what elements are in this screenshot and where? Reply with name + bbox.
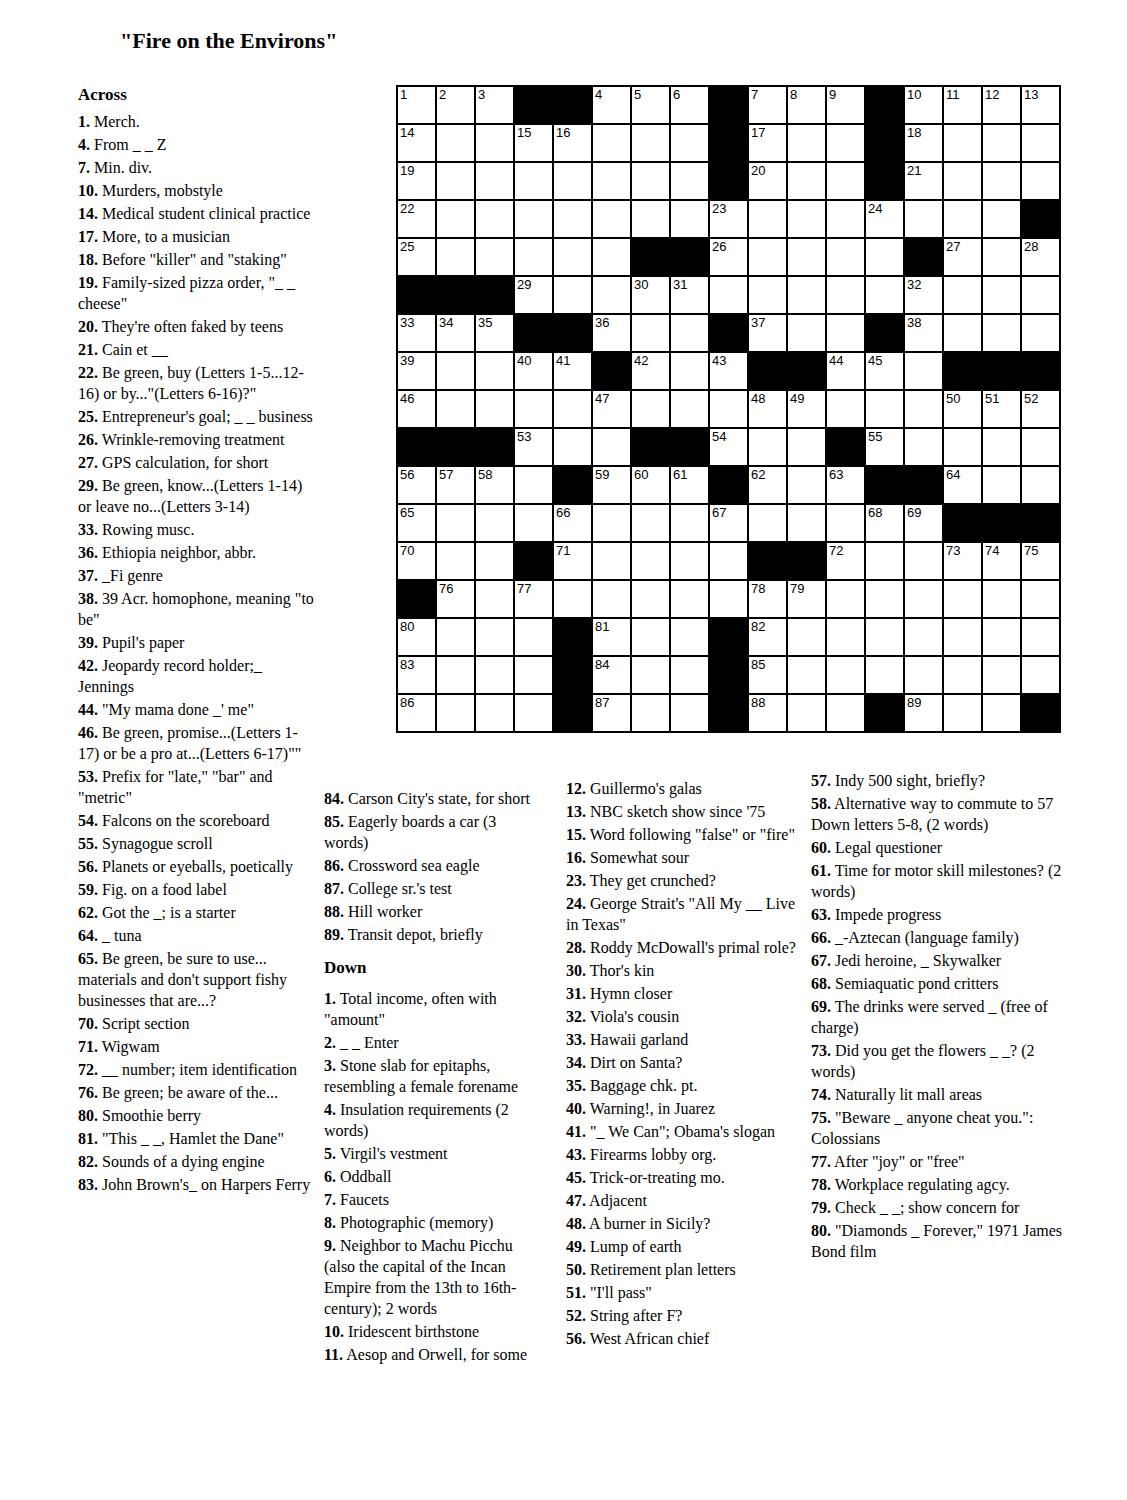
- clue-number: 23.: [566, 872, 586, 889]
- grid-cell-r2c12[interactable]: [827, 125, 864, 161]
- grid-cell-r15c15[interactable]: [944, 619, 981, 655]
- grid-cell-r7c14[interactable]: 38: [905, 315, 942, 351]
- grid-cell-r5c13[interactable]: [866, 239, 903, 275]
- grid-cell-r16c16[interactable]: [983, 657, 1020, 693]
- grid-cell-r3c16[interactable]: [983, 163, 1020, 199]
- clue-number: 18.: [78, 251, 98, 268]
- grid-cell-r15c1[interactable]: 80: [398, 619, 435, 655]
- crossword-grid: 1234567891011121314151617181920212223242…: [396, 85, 1061, 733]
- cell-number: 30: [634, 277, 648, 292]
- grid-cell-r12c8[interactable]: [671, 505, 708, 541]
- cell-number: 49: [790, 391, 804, 406]
- grid-cell-r16c8[interactable]: [671, 657, 708, 693]
- grid-cell-r17c6[interactable]: 87: [593, 695, 630, 731]
- grid-cell-r9c14[interactable]: [905, 391, 942, 427]
- grid-cell-r4c4[interactable]: [515, 201, 552, 237]
- grid-cell-r11c4[interactable]: [515, 467, 552, 503]
- grid-cell-r4c12[interactable]: [827, 201, 864, 237]
- grid-cell-r15c11[interactable]: [788, 619, 825, 655]
- grid-cell-r16c2[interactable]: [437, 657, 474, 693]
- black-cell: [944, 353, 981, 389]
- grid-cell-r1c16[interactable]: 12: [983, 87, 1020, 123]
- grid-cell-r5c12[interactable]: [827, 239, 864, 275]
- grid-cell-r16c12[interactable]: [827, 657, 864, 693]
- grid-cell-r3c5[interactable]: [554, 163, 591, 199]
- grid-cell-r9c6[interactable]: 47: [593, 391, 630, 427]
- grid-cell-r3c3[interactable]: [476, 163, 513, 199]
- grid-cell-r8c13[interactable]: 45: [866, 353, 903, 389]
- grid-cell-r3c1[interactable]: 19: [398, 163, 435, 199]
- grid-cell-r11c7[interactable]: 60: [632, 467, 669, 503]
- grid-cell-r12c13[interactable]: 68: [866, 505, 903, 541]
- cell-number: 64: [946, 467, 960, 482]
- grid-cell-r7c8[interactable]: [671, 315, 708, 351]
- black-cell: [866, 315, 903, 351]
- grid-cell-r9c5[interactable]: [554, 391, 591, 427]
- grid-cell-r13c17[interactable]: 75: [1022, 543, 1059, 579]
- grid-cell-r14c10[interactable]: 78: [749, 581, 786, 617]
- grid-cell-r13c1[interactable]: 70: [398, 543, 435, 579]
- grid-cell-r15c17[interactable]: [1022, 619, 1059, 655]
- grid-cell-r14c8[interactable]: [671, 581, 708, 617]
- grid-cell-r11c6[interactable]: 59: [593, 467, 630, 503]
- grid-cell-r7c17[interactable]: [1022, 315, 1059, 351]
- grid-cell-r6c15[interactable]: [944, 277, 981, 313]
- grid-cell-r12c4[interactable]: [515, 505, 552, 541]
- grid-cell-r17c8[interactable]: [671, 695, 708, 731]
- grid-cell-r3c2[interactable]: [437, 163, 474, 199]
- grid-cell-r5c1[interactable]: 25: [398, 239, 435, 275]
- clue-number: 35.: [566, 1077, 586, 1094]
- grid-cell-r7c15[interactable]: [944, 315, 981, 351]
- grid-cell-r1c7[interactable]: 5: [632, 87, 669, 123]
- grid-cell-r7c3[interactable]: 35: [476, 315, 513, 351]
- grid-cell-r12c7[interactable]: [632, 505, 669, 541]
- grid-cell-r6c13[interactable]: [866, 277, 903, 313]
- grid-cell-r17c4[interactable]: [515, 695, 552, 731]
- grid-cell-r16c15[interactable]: [944, 657, 981, 693]
- grid-cell-r15c3[interactable]: [476, 619, 513, 655]
- grid-cell-r9c17[interactable]: 52: [1022, 391, 1059, 427]
- grid-cell-r3c7[interactable]: [632, 163, 669, 199]
- cell-number: 53: [517, 429, 531, 444]
- grid-cell-r12c3[interactable]: [476, 505, 513, 541]
- grid-cell-r2c1[interactable]: 14: [398, 125, 435, 161]
- grid-cell-r5c6[interactable]: [593, 239, 630, 275]
- grid-cell-r14c15[interactable]: [944, 581, 981, 617]
- grid-cell-r8c8[interactable]: [671, 353, 708, 389]
- grid-cell-r1c10[interactable]: 7: [749, 87, 786, 123]
- grid-cell-r14c4[interactable]: 77: [515, 581, 552, 617]
- down-clue-16: 16. Somewhat sour: [566, 847, 800, 868]
- clue-number: 32.: [566, 1008, 586, 1025]
- grid-cell-r4c9[interactable]: 23: [710, 201, 747, 237]
- grid-cell-r8c7[interactable]: 42: [632, 353, 669, 389]
- grid-cell-r17c1[interactable]: 86: [398, 695, 435, 731]
- cell-number: 60: [634, 467, 648, 482]
- clue-number: 55.: [78, 835, 98, 852]
- grid-cell-r16c7[interactable]: [632, 657, 669, 693]
- grid-cell-r7c2[interactable]: 34: [437, 315, 474, 351]
- grid-cell-r11c15[interactable]: 64: [944, 467, 981, 503]
- grid-cell-r5c11[interactable]: [788, 239, 825, 275]
- grid-cell-r14c7[interactable]: [632, 581, 669, 617]
- grid-cell-r4c10[interactable]: [749, 201, 786, 237]
- grid-cell-r17c3[interactable]: [476, 695, 513, 731]
- grid-cell-r2c11[interactable]: [788, 125, 825, 161]
- grid-cell-r4c15[interactable]: [944, 201, 981, 237]
- black-cell: [515, 315, 552, 351]
- grid-cell-r10c16[interactable]: [983, 429, 1020, 465]
- cell-number: 87: [595, 695, 609, 710]
- down-clue-35: 35. Baggage chk. pt.: [566, 1075, 800, 1096]
- cell-number: 79: [790, 581, 804, 596]
- grid-cell-r10c11[interactable]: [788, 429, 825, 465]
- grid-cell-r14c2[interactable]: 76: [437, 581, 474, 617]
- cell-number: 36: [595, 315, 609, 330]
- grid-cell-r6c9[interactable]: [710, 277, 747, 313]
- across-clue-65: 65. Be green, be sure to use... material…: [78, 948, 315, 1011]
- grid-cell-r13c8[interactable]: [671, 543, 708, 579]
- across-clue-64: 64. _ tuna: [78, 925, 315, 946]
- grid-cell-r12c6[interactable]: [593, 505, 630, 541]
- grid-cell-r6c12[interactable]: [827, 277, 864, 313]
- clue-number: 69.: [811, 998, 831, 1015]
- grid-cell-r9c3[interactable]: [476, 391, 513, 427]
- grid-cell-r13c3[interactable]: [476, 543, 513, 579]
- clue-number: 68.: [811, 975, 831, 992]
- grid-cell-r9c10[interactable]: 48: [749, 391, 786, 427]
- grid-cell-r6c6[interactable]: [593, 277, 630, 313]
- grid-cell-r10c17[interactable]: [1022, 429, 1059, 465]
- grid-cell-r12c1[interactable]: 65: [398, 505, 435, 541]
- grid-cell-r9c9[interactable]: [710, 391, 747, 427]
- grid-cell-r15c13[interactable]: [866, 619, 903, 655]
- grid-cell-r3c15[interactable]: [944, 163, 981, 199]
- down-clue-3: 3. Stone slab for epitaphs, resembling a…: [324, 1055, 542, 1097]
- clue-number: 77.: [811, 1153, 831, 1170]
- across-clue-76: 76. Be green; be aware of the...: [78, 1082, 315, 1103]
- grid-cell-r4c1[interactable]: 22: [398, 201, 435, 237]
- grid-cell-r17c2[interactable]: [437, 695, 474, 731]
- grid-cell-r2c3[interactable]: [476, 125, 513, 161]
- grid-cell-r17c12[interactable]: [827, 695, 864, 731]
- grid-cell-r15c14[interactable]: [905, 619, 942, 655]
- clue-number: 53.: [78, 768, 98, 785]
- grid-cell-r3c4[interactable]: [515, 163, 552, 199]
- grid-cell-r8c14[interactable]: [905, 353, 942, 389]
- grid-cell-r5c3[interactable]: [476, 239, 513, 275]
- grid-cell-r14c14[interactable]: [905, 581, 942, 617]
- grid-cell-r7c6[interactable]: 36: [593, 315, 630, 351]
- grid-cell-r8c4[interactable]: 40: [515, 353, 552, 389]
- down-clue-34: 34. Dirt on Santa?: [566, 1052, 800, 1073]
- grid-cell-r7c11[interactable]: [788, 315, 825, 351]
- grid-cell-r4c6[interactable]: [593, 201, 630, 237]
- grid-cell-r14c3[interactable]: [476, 581, 513, 617]
- grid-cell-r3c17[interactable]: [1022, 163, 1059, 199]
- grid-cell-r11c8[interactable]: 61: [671, 467, 708, 503]
- grid-cell-r15c12[interactable]: [827, 619, 864, 655]
- grid-cell-r9c7[interactable]: [632, 391, 669, 427]
- down-clue-67: 67. Jedi heroine, _ Skywalker: [811, 950, 1065, 971]
- grid-cell-r7c16[interactable]: [983, 315, 1020, 351]
- grid-cell-r9c16[interactable]: 51: [983, 391, 1020, 427]
- grid-cell-r5c10[interactable]: [749, 239, 786, 275]
- grid-cell-r9c13[interactable]: [866, 391, 903, 427]
- down-clue-31: 31. Hymn closer: [566, 983, 800, 1004]
- grid-cell-r13c16[interactable]: 74: [983, 543, 1020, 579]
- grid-cell-r16c10[interactable]: 85: [749, 657, 786, 693]
- grid-cell-r6c4[interactable]: 29: [515, 277, 552, 313]
- cell-number: 18: [907, 125, 921, 140]
- grid-cell-r2c15[interactable]: [944, 125, 981, 161]
- grid-cell-r13c7[interactable]: [632, 543, 669, 579]
- grid-cell-r4c3[interactable]: [476, 201, 513, 237]
- clue-number: 4.: [78, 136, 90, 153]
- grid-cell-r13c5[interactable]: 71: [554, 543, 591, 579]
- grid-cell-r11c3[interactable]: 58: [476, 467, 513, 503]
- grid-cell-r15c6[interactable]: 81: [593, 619, 630, 655]
- grid-cell-r6c7[interactable]: 30: [632, 277, 669, 313]
- grid-cell-r1c12[interactable]: 9: [827, 87, 864, 123]
- grid-cell-r8c2[interactable]: [437, 353, 474, 389]
- grid-cell-r4c8[interactable]: [671, 201, 708, 237]
- grid-cell-r14c6[interactable]: [593, 581, 630, 617]
- grid-cell-r3c14[interactable]: 21: [905, 163, 942, 199]
- cell-number: 37: [751, 315, 765, 330]
- grid-cell-r6c8[interactable]: 31: [671, 277, 708, 313]
- grid-cell-r15c8[interactable]: [671, 619, 708, 655]
- down-clue-66: 66. _-Aztecan (language family): [811, 927, 1065, 948]
- grid-cell-r7c12[interactable]: [827, 315, 864, 351]
- grid-cell-r9c8[interactable]: [671, 391, 708, 427]
- clue-number: 19.: [78, 274, 98, 291]
- grid-cell-r16c1[interactable]: 83: [398, 657, 435, 693]
- grid-cell-r1c11[interactable]: 8: [788, 87, 825, 123]
- grid-cell-r13c12[interactable]: 72: [827, 543, 864, 579]
- grid-cell-r12c2[interactable]: [437, 505, 474, 541]
- grid-cell-r8c5[interactable]: 41: [554, 353, 591, 389]
- grid-cell-r14c13[interactable]: [866, 581, 903, 617]
- grid-cell-r16c17[interactable]: [1022, 657, 1059, 693]
- grid-cell-r2c5[interactable]: 16: [554, 125, 591, 161]
- grid-cell-r10c10[interactable]: [749, 429, 786, 465]
- grid-cell-r16c14[interactable]: [905, 657, 942, 693]
- across-clue-72: 72. __ number; item identification: [78, 1059, 315, 1080]
- grid-cell-r3c6[interactable]: [593, 163, 630, 199]
- grid-cell-r12c5[interactable]: 66: [554, 505, 591, 541]
- grid-cell-r10c9[interactable]: 54: [710, 429, 747, 465]
- grid-cell-r4c11[interactable]: [788, 201, 825, 237]
- grid-cell-r12c12[interactable]: [827, 505, 864, 541]
- grid-cell-r15c4[interactable]: [515, 619, 552, 655]
- grid-cell-r8c1[interactable]: 39: [398, 353, 435, 389]
- grid-cell-r14c16[interactable]: [983, 581, 1020, 617]
- grid-cell-r2c2[interactable]: [437, 125, 474, 161]
- grid-cell-r7c1[interactable]: 33: [398, 315, 435, 351]
- grid-cell-r1c1[interactable]: 1: [398, 87, 435, 123]
- clue-number: 12.: [566, 780, 586, 797]
- grid-cell-r6c17[interactable]: [1022, 277, 1059, 313]
- grid-cell-r6c11[interactable]: [788, 277, 825, 313]
- clue-number: 64.: [78, 927, 98, 944]
- grid-cell-r5c4[interactable]: [515, 239, 552, 275]
- across-clue-33: 33. Rowing musc.: [78, 519, 315, 540]
- grid-cell-r4c5[interactable]: [554, 201, 591, 237]
- grid-cell-r2c8[interactable]: [671, 125, 708, 161]
- grid-cell-r13c13[interactable]: [866, 543, 903, 579]
- grid-cell-r4c13[interactable]: 24: [866, 201, 903, 237]
- grid-cell-r2c7[interactable]: [632, 125, 669, 161]
- grid-cell-r15c2[interactable]: [437, 619, 474, 655]
- grid-cell-r8c12[interactable]: 44: [827, 353, 864, 389]
- grid-cell-r11c1[interactable]: 56: [398, 467, 435, 503]
- grid-cell-r13c9[interactable]: [710, 543, 747, 579]
- grid-cell-r15c10[interactable]: 82: [749, 619, 786, 655]
- grid-cell-r11c12[interactable]: 63: [827, 467, 864, 503]
- grid-cell-r4c14[interactable]: [905, 201, 942, 237]
- grid-cell-r3c11[interactable]: [788, 163, 825, 199]
- grid-cell-r13c14[interactable]: [905, 543, 942, 579]
- down-clue-1: 1. Total income, often with "amount": [324, 988, 542, 1030]
- across-clue-56: 56. Planets or eyeballs, poetically: [78, 856, 315, 877]
- clue-number: 21.: [78, 341, 98, 358]
- grid-cell-r17c7[interactable]: [632, 695, 669, 731]
- grid-cell-r1c6[interactable]: 4: [593, 87, 630, 123]
- grid-cell-r4c7[interactable]: [632, 201, 669, 237]
- clue-number: 78.: [811, 1176, 831, 1193]
- grid-cell-r6c14[interactable]: 32: [905, 277, 942, 313]
- grid-cell-r16c11[interactable]: [788, 657, 825, 693]
- grid-cell-r9c12[interactable]: [827, 391, 864, 427]
- grid-cell-r9c15[interactable]: 50: [944, 391, 981, 427]
- grid-cell-r5c9[interactable]: 26: [710, 239, 747, 275]
- grid-cell-r4c2[interactable]: [437, 201, 474, 237]
- down-clue-10: 10. Iridescent birthstone: [324, 1321, 542, 1342]
- grid-cell-r8c3[interactable]: [476, 353, 513, 389]
- black-cell: [710, 695, 747, 731]
- black-cell: [710, 125, 747, 161]
- grid-cell-r17c10[interactable]: 88: [749, 695, 786, 731]
- across-clue-55: 55. Synagogue scroll: [78, 833, 315, 854]
- grid-cell-r7c7[interactable]: [632, 315, 669, 351]
- grid-cell-r10c4[interactable]: 53: [515, 429, 552, 465]
- cell-number: 52: [1024, 391, 1038, 406]
- grid-cell-r7c10[interactable]: 37: [749, 315, 786, 351]
- grid-cell-r1c14[interactable]: 10: [905, 87, 942, 123]
- black-cell: [983, 505, 1020, 541]
- grid-cell-r14c9[interactable]: [710, 581, 747, 617]
- grid-cell-r1c2[interactable]: 2: [437, 87, 474, 123]
- grid-cell-r10c15[interactable]: [944, 429, 981, 465]
- down-clue-5: 5. Virgil's vestment: [324, 1143, 542, 1164]
- grid-cell-r6c10[interactable]: [749, 277, 786, 313]
- cell-number: 42: [634, 353, 648, 368]
- crossword-page: "Fire on the Environs" 12345678910111213…: [0, 0, 1127, 1500]
- grid-cell-r6c16[interactable]: [983, 277, 1020, 313]
- clue-number: 88.: [324, 903, 344, 920]
- grid-cell-r6c5[interactable]: [554, 277, 591, 313]
- grid-cell-r1c17[interactable]: 13: [1022, 87, 1059, 123]
- grid-cell-r5c16[interactable]: [983, 239, 1020, 275]
- grid-cell-r17c14[interactable]: 89: [905, 695, 942, 731]
- grid-cell-r4c16[interactable]: [983, 201, 1020, 237]
- black-cell: [632, 429, 669, 465]
- grid-cell-r11c16[interactable]: [983, 467, 1020, 503]
- grid-cell-r16c13[interactable]: [866, 657, 903, 693]
- grid-cell-r12c9[interactable]: 67: [710, 505, 747, 541]
- cell-number: 15: [517, 125, 531, 140]
- grid-cell-r2c6[interactable]: [593, 125, 630, 161]
- grid-cell-r11c2[interactable]: 57: [437, 467, 474, 503]
- grid-cell-r5c2[interactable]: [437, 239, 474, 275]
- grid-cell-r2c10[interactable]: 17: [749, 125, 786, 161]
- grid-cell-r11c11[interactable]: [788, 467, 825, 503]
- grid-cell-r17c15[interactable]: [944, 695, 981, 731]
- grid-cell-r10c6[interactable]: [593, 429, 630, 465]
- grid-cell-r11c17[interactable]: [1022, 467, 1059, 503]
- grid-cell-r8c9[interactable]: 43: [710, 353, 747, 389]
- grid-cell-r12c11[interactable]: [788, 505, 825, 541]
- clue-number: 1.: [324, 990, 336, 1007]
- grid-cell-r1c3[interactable]: 3: [476, 87, 513, 123]
- grid-cell-r16c3[interactable]: [476, 657, 513, 693]
- black-cell: [632, 239, 669, 275]
- grid-cell-r3c12[interactable]: [827, 163, 864, 199]
- grid-cell-r9c4[interactable]: [515, 391, 552, 427]
- grid-cell-r1c8[interactable]: 6: [671, 87, 708, 123]
- grid-cell-r5c15[interactable]: 27: [944, 239, 981, 275]
- grid-cell-r5c17[interactable]: 28: [1022, 239, 1059, 275]
- grid-cell-r12c14[interactable]: 69: [905, 505, 942, 541]
- grid-cell-r17c11[interactable]: [788, 695, 825, 731]
- grid-cell-r13c2[interactable]: [437, 543, 474, 579]
- grid-cell-r2c14[interactable]: 18: [905, 125, 942, 161]
- grid-cell-r2c4[interactable]: 15: [515, 125, 552, 161]
- grid-cell-r17c16[interactable]: [983, 695, 1020, 731]
- grid-cell-r10c5[interactable]: [554, 429, 591, 465]
- grid-cell-r3c8[interactable]: [671, 163, 708, 199]
- grid-cell-r13c6[interactable]: [593, 543, 630, 579]
- grid-cell-r15c16[interactable]: [983, 619, 1020, 655]
- grid-cell-r12c10[interactable]: [749, 505, 786, 541]
- grid-cell-r5c5[interactable]: [554, 239, 591, 275]
- grid-cell-r3c10[interactable]: 20: [749, 163, 786, 199]
- grid-cell-r10c14[interactable]: [905, 429, 942, 465]
- grid-cell-r2c17[interactable]: [1022, 125, 1059, 161]
- grid-cell-r13c15[interactable]: 73: [944, 543, 981, 579]
- grid-cell-r2c16[interactable]: [983, 125, 1020, 161]
- grid-cell-r14c17[interactable]: [1022, 581, 1059, 617]
- grid-cell-r14c12[interactable]: [827, 581, 864, 617]
- clue-number: 33.: [78, 521, 98, 538]
- grid-cell-r11c10[interactable]: 62: [749, 467, 786, 503]
- grid-cell-r10c13[interactable]: 55: [866, 429, 903, 465]
- black-cell: [788, 353, 825, 389]
- grid-cell-r9c11[interactable]: 49: [788, 391, 825, 427]
- grid-cell-r14c5[interactable]: [554, 581, 591, 617]
- grid-cell-r1c15[interactable]: 11: [944, 87, 981, 123]
- grid-cell-r9c1[interactable]: 46: [398, 391, 435, 427]
- grid-cell-r15c7[interactable]: [632, 619, 669, 655]
- grid-cell-r16c4[interactable]: [515, 657, 552, 693]
- grid-cell-r14c11[interactable]: 79: [788, 581, 825, 617]
- grid-cell-r9c2[interactable]: [437, 391, 474, 427]
- grid-cell-r16c6[interactable]: 84: [593, 657, 630, 693]
- across-clue-19: 19. Family-sized pizza order, "_ _ chees…: [78, 272, 315, 314]
- clue-number: 34.: [566, 1054, 586, 1071]
